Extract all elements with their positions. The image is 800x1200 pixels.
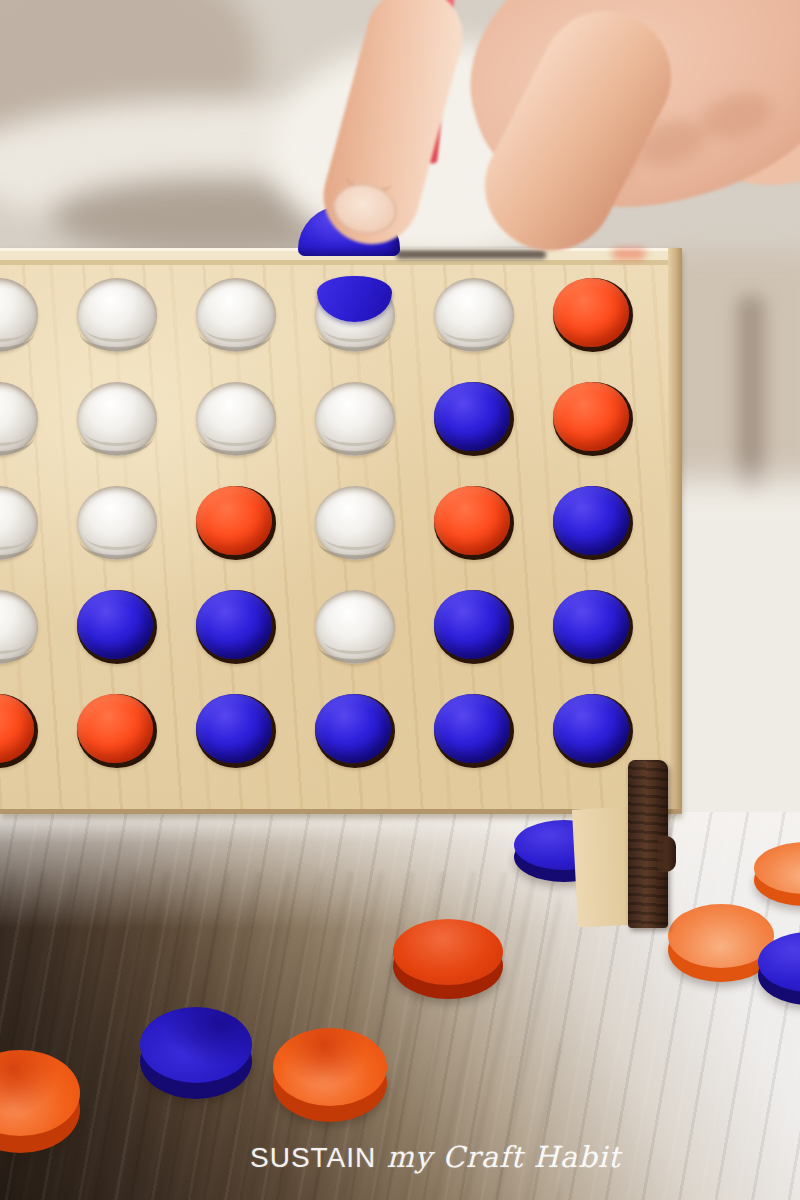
- loose-orange-light-disc: [754, 842, 800, 906]
- disc-top-face: [393, 919, 503, 985]
- board-right-edge: [668, 248, 682, 814]
- empty-hole: [0, 382, 38, 456]
- photo-scene: SUSTAIN my Craft Habit: [0, 0, 800, 1200]
- cell-r5c4: [295, 679, 414, 783]
- cell-r2c1: [0, 367, 57, 471]
- hole-with-blue-disc: [553, 590, 633, 664]
- cell-r4c1: [0, 575, 57, 679]
- hole-with-blue-disc: [315, 694, 395, 768]
- red-disc: [77, 694, 153, 763]
- blue-disc: [196, 694, 272, 763]
- hand: [0, 0, 800, 300]
- hole-with-blue-disc: [77, 590, 157, 664]
- loose-orange-disc: [273, 1028, 387, 1122]
- cell-r4c5: [414, 575, 533, 679]
- hole-with-blue-disc: [434, 694, 514, 768]
- cell-r3c1: [0, 471, 57, 575]
- red-disc: [196, 486, 272, 555]
- blue-disc: [553, 590, 629, 659]
- empty-hole: [315, 486, 395, 560]
- empty-hole: [196, 382, 276, 456]
- empty-hole: [0, 590, 38, 664]
- hole-with-blue-disc: [434, 382, 514, 456]
- watermark-brand-sans: SUSTAIN: [250, 1142, 376, 1173]
- cell-r2c5: [414, 367, 533, 471]
- blue-disc: [196, 590, 272, 659]
- hole-with-blue-disc: [553, 694, 633, 768]
- empty-hole: [315, 382, 395, 456]
- cell-r5c5: [414, 679, 533, 783]
- empty-hole: [77, 382, 157, 456]
- hole-with-blue-disc: [434, 590, 514, 664]
- blue-disc: [77, 590, 153, 659]
- hole-with-blue-disc: [553, 486, 633, 560]
- cell-r3c6: [533, 471, 652, 575]
- cell-r4c2: [57, 575, 176, 679]
- cell-r5c3: [176, 679, 295, 783]
- cell-r4c6: [533, 575, 652, 679]
- hole-with-red-disc: [0, 694, 38, 768]
- loose-orange-disc: [0, 1050, 80, 1153]
- blue-disc: [553, 486, 629, 555]
- watermark: SUSTAIN my Craft Habit: [250, 1140, 590, 1186]
- cell-r5c1: [0, 679, 57, 783]
- hole-with-red-disc: [77, 694, 157, 768]
- cell-r2c4: [295, 367, 414, 471]
- hole-with-blue-disc: [196, 694, 276, 768]
- red-disc: [553, 382, 629, 451]
- cell-r4c3: [176, 575, 295, 679]
- blue-disc: [434, 590, 510, 659]
- watermark-brand-script: my Craft Habit: [376, 1140, 620, 1174]
- empty-hole: [0, 486, 38, 560]
- hole-with-red-disc: [553, 382, 633, 456]
- blue-disc: [315, 694, 391, 763]
- red-disc: [0, 694, 34, 763]
- disc-top-face: [140, 1007, 252, 1083]
- cell-r2c6: [533, 367, 652, 471]
- cell-r5c2: [57, 679, 176, 783]
- hole-with-red-disc: [196, 486, 276, 560]
- loose-red-disc: [393, 919, 503, 999]
- cell-r2c3: [176, 367, 295, 471]
- empty-hole: [77, 486, 157, 560]
- cell-r3c5: [414, 471, 533, 575]
- red-disc: [434, 486, 510, 555]
- cell-r3c4: [295, 471, 414, 575]
- empty-hole: [315, 590, 395, 664]
- cell-r3c3: [176, 471, 295, 575]
- loose-blue-disc: [758, 932, 800, 1005]
- blue-disc: [553, 694, 629, 763]
- walnut-stand-notch: [658, 836, 676, 872]
- loose-blue-disc: [140, 1007, 252, 1099]
- blue-disc: [434, 694, 510, 763]
- connect-four-board: [0, 248, 682, 814]
- cell-r2c2: [57, 367, 176, 471]
- hole-with-blue-disc: [196, 590, 276, 664]
- cell-r4c4: [295, 575, 414, 679]
- cell-r3c2: [57, 471, 176, 575]
- couch-seam-side: [738, 295, 764, 505]
- blue-disc: [434, 382, 510, 451]
- board-grid: [0, 263, 652, 783]
- hole-with-red-disc: [434, 486, 514, 560]
- disc-top-face: [273, 1028, 387, 1106]
